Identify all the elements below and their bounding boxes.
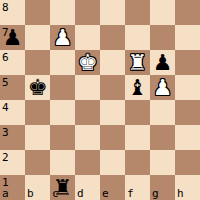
square-f8[interactable]: [125, 0, 150, 25]
square-h5[interactable]: [175, 75, 200, 100]
square-a5[interactable]: [0, 75, 25, 100]
square-g1[interactable]: [150, 175, 175, 200]
square-c6[interactable]: [50, 50, 75, 75]
square-e2[interactable]: [100, 150, 125, 175]
square-b7[interactable]: [25, 25, 50, 50]
square-b3[interactable]: [25, 125, 50, 150]
piece-black-king[interactable]: ♚: [25, 75, 50, 100]
piece-white-rook[interactable]: ♜: [125, 50, 150, 75]
chess-board: ♟♟♚♜♟♚♝♟♜87654321abcdefgh: [0, 0, 200, 200]
square-b4[interactable]: [25, 100, 50, 125]
square-e7[interactable]: [100, 25, 125, 50]
square-b8[interactable]: [25, 0, 50, 25]
square-f4[interactable]: [125, 100, 150, 125]
square-c2[interactable]: [50, 150, 75, 175]
square-b5[interactable]: ♚: [25, 75, 50, 100]
square-d3[interactable]: [75, 125, 100, 150]
square-d4[interactable]: [75, 100, 100, 125]
square-g2[interactable]: [150, 150, 175, 175]
square-c5[interactable]: [50, 75, 75, 100]
square-e3[interactable]: [100, 125, 125, 150]
square-f5[interactable]: ♝: [125, 75, 150, 100]
piece-white-pawn[interactable]: ♟: [150, 75, 175, 100]
square-h2[interactable]: [175, 150, 200, 175]
square-h1[interactable]: [175, 175, 200, 200]
square-a7[interactable]: ♟: [0, 25, 25, 50]
square-g4[interactable]: [150, 100, 175, 125]
square-g5[interactable]: ♟: [150, 75, 175, 100]
square-h3[interactable]: [175, 125, 200, 150]
square-h7[interactable]: [175, 25, 200, 50]
square-g8[interactable]: [150, 0, 175, 25]
square-f7[interactable]: [125, 25, 150, 50]
square-c7[interactable]: ♟: [50, 25, 75, 50]
piece-white-pawn[interactable]: ♟: [50, 25, 75, 50]
square-d6[interactable]: ♚: [75, 50, 100, 75]
piece-black-rook[interactable]: ♜: [50, 175, 75, 200]
square-h6[interactable]: [175, 50, 200, 75]
square-c1[interactable]: ♜: [50, 175, 75, 200]
square-d5[interactable]: [75, 75, 100, 100]
square-h4[interactable]: [175, 100, 200, 125]
square-d8[interactable]: [75, 0, 100, 25]
square-a1[interactable]: [0, 175, 25, 200]
square-b2[interactable]: [25, 150, 50, 175]
square-g7[interactable]: [150, 25, 175, 50]
square-h8[interactable]: [175, 0, 200, 25]
square-a6[interactable]: [0, 50, 25, 75]
square-e6[interactable]: [100, 50, 125, 75]
square-f6[interactable]: ♜: [125, 50, 150, 75]
square-d1[interactable]: [75, 175, 100, 200]
square-a2[interactable]: [0, 150, 25, 175]
square-e5[interactable]: [100, 75, 125, 100]
piece-white-king[interactable]: ♚: [75, 50, 100, 75]
square-c4[interactable]: [50, 100, 75, 125]
square-f1[interactable]: [125, 175, 150, 200]
square-e8[interactable]: [100, 0, 125, 25]
square-a3[interactable]: [0, 125, 25, 150]
piece-black-pawn[interactable]: ♟: [150, 50, 175, 75]
square-f2[interactable]: [125, 150, 150, 175]
square-d2[interactable]: [75, 150, 100, 175]
square-a4[interactable]: [0, 100, 25, 125]
square-c8[interactable]: [50, 0, 75, 25]
square-b6[interactable]: [25, 50, 50, 75]
piece-black-pawn[interactable]: ♟: [0, 25, 25, 50]
square-e1[interactable]: [100, 175, 125, 200]
square-d7[interactable]: [75, 25, 100, 50]
square-a8[interactable]: [0, 0, 25, 25]
square-e4[interactable]: [100, 100, 125, 125]
square-g6[interactable]: ♟: [150, 50, 175, 75]
square-f3[interactable]: [125, 125, 150, 150]
square-c3[interactable]: [50, 125, 75, 150]
square-g3[interactable]: [150, 125, 175, 150]
square-b1[interactable]: [25, 175, 50, 200]
piece-black-bishop[interactable]: ♝: [125, 75, 150, 100]
